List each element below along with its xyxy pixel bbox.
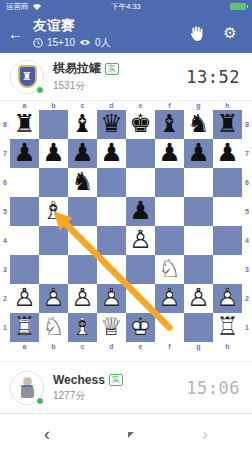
black-pawn: ♟ <box>184 139 213 168</box>
status-bar: 运营商 下午4:33 <box>0 0 252 13</box>
square-c7[interactable]: ♟ <box>68 139 97 168</box>
eye-icon <box>79 38 91 47</box>
figurine-avatar <box>21 377 34 398</box>
square-c1[interactable]: ♝♗ <box>68 313 97 342</box>
title-block: 友谊赛 15+10 0人 <box>33 17 174 50</box>
app-bar: ← 友谊赛 15+10 0人 ⚙ <box>0 13 252 53</box>
square-b5[interactable]: ♝♗ <box>39 197 68 226</box>
coord-label-f: f <box>155 342 184 351</box>
player-info-top: 棋易拉罐 实 1531分 <box>53 60 186 93</box>
coord-label-d: d <box>97 342 126 351</box>
coord-label-1: 1 <box>242 313 252 342</box>
white-rook: ♖ <box>10 313 39 342</box>
coord-label-b: b <box>39 101 68 110</box>
square-f8[interactable]: ♝ <box>155 110 184 139</box>
square-f6[interactable] <box>155 168 184 197</box>
wifi-icon <box>32 3 42 11</box>
square-g8[interactable]: ♞ <box>184 110 213 139</box>
verified-badge-bottom: 实 <box>109 374 123 386</box>
white-pawn: ♙ <box>213 284 242 313</box>
coord-label-4: 4 <box>0 226 10 255</box>
square-a2[interactable]: ♟♙ <box>10 284 39 313</box>
coord-label-b: b <box>39 342 68 351</box>
white-pawn: ♙ <box>68 284 97 313</box>
square-b2[interactable]: ♟♙ <box>39 284 68 313</box>
square-g1[interactable] <box>184 313 213 342</box>
black-pawn: ♟ <box>97 139 126 168</box>
square-c2[interactable]: ♟♙ <box>68 284 97 313</box>
page-title: 友谊赛 <box>33 17 174 35</box>
square-b4[interactable] <box>39 226 68 255</box>
black-queen: ♛ <box>97 110 126 139</box>
square-a4[interactable] <box>10 226 39 255</box>
player-name-top[interactable]: 棋易拉罐 <box>53 60 101 77</box>
coord-label-h: h <box>213 342 242 351</box>
white-pawn: ♙ <box>97 284 126 313</box>
white-pawn: ♙ <box>10 284 39 313</box>
square-d7[interactable]: ♟ <box>97 139 126 168</box>
square-e4[interactable]: ♟♙ <box>126 226 155 255</box>
coord-label-2: 2 <box>0 284 10 313</box>
avatar-bottom[interactable] <box>10 371 44 405</box>
square-a5[interactable] <box>10 197 39 226</box>
back-button[interactable]: ← <box>8 26 23 41</box>
files-bottom: abcdefgh <box>10 342 242 351</box>
square-f2[interactable]: ♟♙ <box>155 284 184 313</box>
black-bishop: ♝ <box>155 110 184 139</box>
coord-label-3: 3 <box>242 255 252 284</box>
prev-move-button[interactable]: ‹ <box>32 425 62 443</box>
coord-label-3: 3 <box>0 255 10 284</box>
square-a3[interactable] <box>10 255 39 284</box>
online-dot <box>36 397 44 405</box>
coord-label-1: 1 <box>0 313 10 342</box>
black-rook: ♜ <box>10 110 39 139</box>
square-f5[interactable] <box>155 197 184 226</box>
square-h2[interactable]: ♟♙ <box>213 284 242 313</box>
square-a8[interactable]: ♜ <box>10 110 39 139</box>
white-knight: ♘ <box>155 255 184 284</box>
square-a7[interactable]: ♟ <box>10 139 39 168</box>
square-d3[interactable] <box>97 255 126 284</box>
black-bishop: ♝ <box>68 110 97 139</box>
game-meta: 15+10 0人 <box>33 36 174 50</box>
avatar-top[interactable]: ♜ <box>10 60 44 94</box>
square-d8[interactable]: ♛ <box>97 110 126 139</box>
square-h3[interactable] <box>213 255 242 284</box>
square-b7[interactable]: ♟ <box>39 139 68 168</box>
square-g2[interactable]: ♟♙ <box>184 284 213 313</box>
black-pawn: ♟ <box>213 139 242 168</box>
square-h5[interactable] <box>213 197 242 226</box>
square-b3[interactable] <box>39 255 68 284</box>
clock-bottom: 15:06 <box>186 378 240 398</box>
square-h4[interactable] <box>213 226 242 255</box>
coord-label-8: 8 <box>242 110 252 139</box>
square-f7[interactable]: ♟ <box>155 139 184 168</box>
white-pawn: ♙ <box>184 284 213 313</box>
clock-icon <box>33 38 43 48</box>
white-queen: ♕ <box>97 313 126 342</box>
square-d2[interactable]: ♟♙ <box>97 284 126 313</box>
coord-label-c: c <box>68 342 97 351</box>
coord-label-e: e <box>126 342 155 351</box>
coord-label-5: 5 <box>242 197 252 226</box>
white-bishop: ♗ <box>68 313 97 342</box>
coord-label-4: 4 <box>242 226 252 255</box>
square-e8[interactable]: ♚ <box>126 110 155 139</box>
square-e7[interactable] <box>126 139 155 168</box>
square-h7[interactable]: ♟ <box>213 139 242 168</box>
square-b8[interactable] <box>39 110 68 139</box>
black-pawn: ♟ <box>126 197 155 226</box>
black-knight: ♞ <box>68 168 97 197</box>
square-c3[interactable] <box>68 255 97 284</box>
next-move-button[interactable]: › <box>190 425 220 443</box>
coord-label-7: 7 <box>242 139 252 168</box>
square-e2[interactable] <box>126 284 155 313</box>
time-control-label: 15+10 <box>47 37 75 48</box>
square-e6[interactable] <box>126 168 155 197</box>
white-pawn: ♙ <box>155 284 184 313</box>
black-knight: ♞ <box>184 110 213 139</box>
square-d5[interactable] <box>97 197 126 226</box>
white-king: ♔ <box>126 313 155 342</box>
coord-label-5: 5 <box>0 197 10 226</box>
clock-top: 13:52 <box>186 67 240 87</box>
coord-label-6: 6 <box>0 168 10 197</box>
battery-icon <box>230 3 246 10</box>
online-dot <box>36 86 44 94</box>
square-a6[interactable] <box>10 168 39 197</box>
black-pawn: ♟ <box>39 139 68 168</box>
ranks-left: 87654321 <box>0 110 10 342</box>
square-c8[interactable]: ♝ <box>68 110 97 139</box>
watchers-label: 0人 <box>95 36 111 50</box>
status-time: 下午4:33 <box>111 2 141 12</box>
square-g6[interactable] <box>184 168 213 197</box>
hand-takeback-button[interactable] <box>184 25 208 42</box>
square-a1[interactable]: ♜♖ <box>10 313 39 342</box>
square-h1[interactable]: ♜♖ <box>213 313 242 342</box>
settings-gear-button[interactable]: ⚙ <box>218 24 242 42</box>
square-g5[interactable] <box>184 197 213 226</box>
square-d4[interactable] <box>97 226 126 255</box>
coord-label-6: 6 <box>242 168 252 197</box>
coord-label-a: a <box>10 342 39 351</box>
black-king: ♚ <box>126 110 155 139</box>
square-h8[interactable]: ♜ <box>213 110 242 139</box>
player-card-bottom[interactable]: Wechess 实 1277分 15:06 <box>0 361 252 413</box>
carrier-label: 运营商 <box>6 2 29 12</box>
square-d1[interactable]: ♛♕ <box>97 313 126 342</box>
square-e3[interactable] <box>126 255 155 284</box>
black-rook: ♜ <box>213 110 242 139</box>
square-e1[interactable]: ♚♔ <box>126 313 155 342</box>
coord-label-2: 2 <box>242 284 252 313</box>
bottom-nav: ‹ › <box>0 413 252 452</box>
white-pawn: ♙ <box>39 284 68 313</box>
white-bishop: ♗ <box>39 197 68 226</box>
black-pawn: ♟ <box>10 139 39 168</box>
ranks-right: 87654321 <box>242 110 252 342</box>
white-rook: ♖ <box>213 313 242 342</box>
square-e5[interactable]: ♟ <box>126 197 155 226</box>
square-g4[interactable] <box>184 226 213 255</box>
square-b1[interactable]: ♞♘ <box>39 313 68 342</box>
player-info-bottom: Wechess 实 1277分 <box>53 373 186 403</box>
verified-badge-top: 实 <box>105 63 119 75</box>
square-h6[interactable] <box>213 168 242 197</box>
square-c6[interactable]: ♞ <box>68 168 97 197</box>
square-d6[interactable] <box>97 168 126 197</box>
black-pawn: ♟ <box>155 139 184 168</box>
square-g3[interactable] <box>184 255 213 284</box>
player-rating-bottom: 1277分 <box>53 389 186 403</box>
shield-rook-logo: ♜ <box>18 65 37 88</box>
white-pawn: ♙ <box>126 226 155 255</box>
square-b6[interactable] <box>39 168 68 197</box>
player-card-top[interactable]: ♜ 棋易拉罐 实 1531分 13:52 <box>0 53 252 101</box>
square-c5[interactable] <box>68 197 97 226</box>
coord-label-7: 7 <box>0 139 10 168</box>
square-f1[interactable] <box>155 313 184 342</box>
black-pawn: ♟ <box>68 139 97 168</box>
square-c4[interactable] <box>68 226 97 255</box>
player-rating-top: 1531分 <box>53 79 186 93</box>
board: ♜♝♛♚♝♞♜♟♟♟♟♟♟♟♞♝♗♟♟♙♞♘♟♙♟♙♟♙♟♙♟♙♟♙♟♙♜♖♞♘… <box>10 110 242 342</box>
player-name-bottom[interactable]: Wechess <box>53 373 105 387</box>
square-g7[interactable]: ♟ <box>184 139 213 168</box>
coord-label-8: 8 <box>0 110 10 139</box>
coord-label-g: g <box>184 342 213 351</box>
board-area: abcdefgh 87654321 ♜♝♛♚♝♞♜♟♟♟♟♟♟♟♞♝♗♟♟♙♞♘… <box>0 101 252 351</box>
square-f3[interactable]: ♞♘ <box>155 255 184 284</box>
square-f4[interactable] <box>155 226 184 255</box>
white-knight: ♘ <box>39 313 68 342</box>
